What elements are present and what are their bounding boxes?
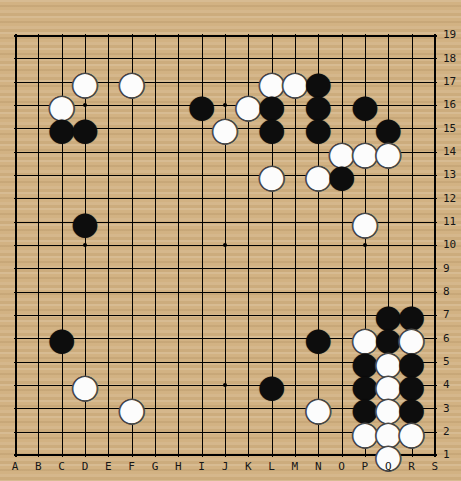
- row-label-11: 11: [443, 210, 461, 233]
- row-label-9: 9: [443, 257, 461, 280]
- column-label-B: B: [27, 459, 50, 475]
- white-stone-F17: ●: [120, 70, 143, 93]
- column-label-O: O: [330, 459, 353, 475]
- black-stone-N15: ●: [307, 117, 330, 140]
- black-stone-C6: ●: [50, 327, 73, 350]
- white-stone-D4: ●: [73, 374, 96, 397]
- row-label-14: 14: [443, 140, 461, 163]
- white-stone-P11: ●: [353, 210, 376, 233]
- row-label-10: 10: [443, 233, 461, 256]
- row-label-2: 2: [443, 420, 461, 443]
- row-label-16: 16: [443, 93, 461, 116]
- column-label-M: M: [283, 459, 306, 475]
- column-label-K: K: [237, 459, 260, 475]
- black-stone-D15: ●: [73, 117, 96, 140]
- black-stone-N6: ●: [307, 327, 330, 350]
- row-label-6: 6: [443, 327, 461, 350]
- column-label-I: I: [190, 459, 213, 475]
- black-stone-P16: ●: [353, 94, 376, 117]
- go-board[interactable]: ●●●●●●●●●●●●●●●●●●●●●●●●●●●●●●●●●●●●●●●●…: [3, 23, 446, 466]
- column-labels: ABCDEFGHIJKLMNOPQRS: [3, 459, 446, 475]
- row-label-8: 8: [443, 280, 461, 303]
- column-label-J: J: [213, 459, 236, 475]
- column-label-H: H: [167, 459, 190, 475]
- row-label-15: 15: [443, 117, 461, 140]
- column-label-N: N: [307, 459, 330, 475]
- row-label-13: 13: [443, 163, 461, 186]
- row-label-3: 3: [443, 397, 461, 420]
- white-stone-F3: ●: [120, 397, 143, 420]
- column-label-G: G: [143, 459, 166, 475]
- row-label-12: 12: [443, 187, 461, 210]
- row-label-5: 5: [443, 350, 461, 373]
- white-stone-P2: ●: [353, 420, 376, 443]
- row-label-19: 19: [443, 23, 461, 46]
- column-label-D: D: [73, 459, 96, 475]
- row-label-17: 17: [443, 70, 461, 93]
- black-stone-O13: ●: [330, 164, 353, 187]
- column-label-L: L: [260, 459, 283, 475]
- white-stone-M17: ●: [283, 70, 306, 93]
- white-stone-D17: ●: [73, 70, 96, 93]
- black-stone-D11: ●: [73, 210, 96, 233]
- column-label-C: C: [50, 459, 73, 475]
- row-label-18: 18: [443, 47, 461, 70]
- column-label-F: F: [120, 459, 143, 475]
- black-stone-L4: ●: [260, 374, 283, 397]
- white-stone-N3: ●: [307, 397, 330, 420]
- black-stone-C15: ●: [50, 117, 73, 140]
- row-label-4: 4: [443, 373, 461, 396]
- column-label-R: R: [400, 459, 423, 475]
- white-stone-Q14: ●: [377, 140, 400, 163]
- white-stone-P14: ●: [353, 140, 376, 163]
- row-label-7: 7: [443, 303, 461, 326]
- go-board-diagram: ●●●●●●●●●●●●●●●●●●●●●●●●●●●●●●●●●●●●●●●●…: [0, 0, 461, 481]
- white-stone-R2: ●: [400, 420, 423, 443]
- black-stone-I16: ●: [190, 94, 213, 117]
- white-stone-L13: ●: [260, 164, 283, 187]
- white-stone-J15: ●: [213, 117, 236, 140]
- white-stone-N13: ●: [307, 164, 330, 187]
- row-label-1: 1: [443, 443, 461, 466]
- black-stone-L15: ●: [260, 117, 283, 140]
- column-label-Q: Q: [377, 459, 400, 475]
- column-label-E: E: [97, 459, 120, 475]
- white-stone-K16: ●: [237, 94, 260, 117]
- column-label-A: A: [3, 459, 26, 475]
- column-label-P: P: [353, 459, 376, 475]
